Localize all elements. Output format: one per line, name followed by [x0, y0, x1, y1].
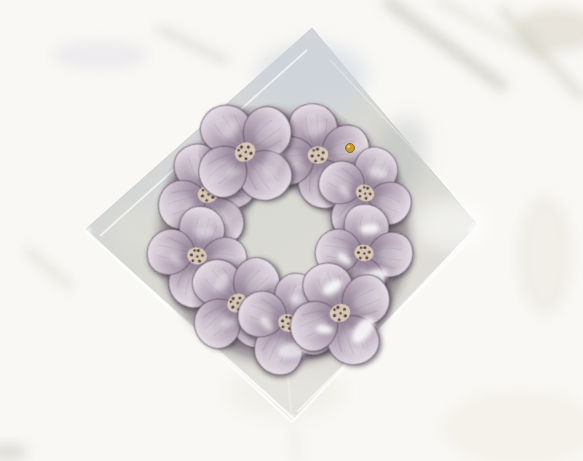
sparkle-left-corner: [85, 228, 91, 234]
brooch-pin-glint: [348, 145, 350, 147]
sparkle-bottom-corner: [289, 414, 294, 419]
photo-stage: [0, 0, 583, 461]
brooch-pin-gold: [346, 144, 355, 153]
marble-cloud: [52, 40, 148, 70]
marble-cloud: [517, 195, 573, 315]
photo-canvas: [0, 0, 583, 461]
